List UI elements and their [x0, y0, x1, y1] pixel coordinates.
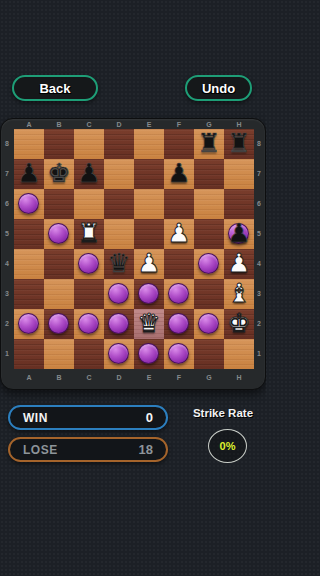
square-f7[interactable]: ♟ — [164, 159, 194, 189]
square-a2[interactable] — [14, 309, 44, 339]
square-h8[interactable]: ♜ — [224, 129, 254, 159]
rank-label-3: 3 — [253, 279, 265, 309]
black-rook-h8[interactable]: ♜ — [224, 129, 254, 159]
square-h1[interactable] — [224, 339, 254, 369]
square-h6[interactable] — [224, 189, 254, 219]
move-hint-b5[interactable] — [48, 223, 69, 244]
white-pawn-f5[interactable]: ♟ — [164, 219, 194, 249]
square-e8[interactable] — [134, 129, 164, 159]
move-hint-f3[interactable] — [168, 283, 189, 304]
square-b8[interactable] — [44, 129, 74, 159]
square-d4[interactable]: ♛ — [104, 249, 134, 279]
lose-value: 18 — [139, 442, 153, 457]
square-f3[interactable] — [164, 279, 194, 309]
rank-label-2: 2 — [253, 309, 265, 339]
square-d6[interactable] — [104, 189, 134, 219]
white-rook-c5[interactable]: ♜ — [74, 219, 104, 249]
file-label-f: F — [164, 371, 194, 387]
white-pawn-h4[interactable]: ♟ — [224, 249, 254, 279]
square-b3[interactable] — [44, 279, 74, 309]
rank-label-6: 6 — [253, 189, 265, 219]
square-c2[interactable] — [74, 309, 104, 339]
square-a3[interactable] — [14, 279, 44, 309]
square-g2[interactable] — [194, 309, 224, 339]
move-hint-c4[interactable] — [78, 253, 99, 274]
move-hint-e1[interactable] — [138, 343, 159, 364]
white-pawn-e4[interactable]: ♟ — [134, 249, 164, 279]
rank-labels-right: 87654321 — [253, 129, 265, 369]
square-d7[interactable] — [104, 159, 134, 189]
square-g5[interactable] — [194, 219, 224, 249]
move-hint-g2[interactable] — [198, 313, 219, 334]
square-a6[interactable] — [14, 189, 44, 219]
file-label-d: D — [104, 371, 134, 387]
move-hint-a2[interactable] — [18, 313, 39, 334]
square-b7[interactable]: ♚ — [44, 159, 74, 189]
undo-button[interactable]: Undo — [185, 75, 252, 101]
square-h2[interactable]: ♚ — [224, 309, 254, 339]
black-pawn-c7[interactable]: ♟ — [74, 159, 104, 189]
square-c3[interactable] — [74, 279, 104, 309]
square-d1[interactable] — [104, 339, 134, 369]
file-label-h: H — [224, 371, 254, 387]
back-button-label: Back — [39, 81, 70, 96]
white-king-h2[interactable]: ♚ — [224, 309, 254, 339]
rank-label-1: 1 — [1, 339, 13, 369]
square-e6[interactable] — [134, 189, 164, 219]
black-queen-d4[interactable]: ♛ — [104, 249, 134, 279]
rank-label-6: 6 — [1, 189, 13, 219]
square-a4[interactable] — [14, 249, 44, 279]
square-b6[interactable] — [44, 189, 74, 219]
square-h5[interactable]: ♟ — [224, 219, 254, 249]
rank-label-2: 2 — [1, 309, 13, 339]
rank-label-7: 7 — [1, 159, 13, 189]
file-label-b: B — [44, 371, 74, 387]
rank-label-7: 7 — [253, 159, 265, 189]
strike-rate-label: Strike Rate — [183, 407, 263, 419]
square-e4[interactable]: ♟ — [134, 249, 164, 279]
square-g3[interactable] — [194, 279, 224, 309]
back-button[interactable]: Back — [12, 75, 98, 101]
lose-label: LOSE — [23, 443, 58, 457]
square-f1[interactable] — [164, 339, 194, 369]
square-g4[interactable] — [194, 249, 224, 279]
square-g8[interactable]: ♜ — [194, 129, 224, 159]
file-label-e: E — [134, 371, 164, 387]
strike-rate-badge: 0% — [208, 429, 247, 463]
rank-label-8: 8 — [1, 129, 13, 159]
white-queen-e2[interactable]: ♛ — [134, 309, 164, 339]
win-value: 0 — [146, 410, 153, 425]
square-e2[interactable]: ♛ — [134, 309, 164, 339]
square-a7[interactable]: ♟ — [14, 159, 44, 189]
square-g7[interactable] — [194, 159, 224, 189]
undo-button-label: Undo — [202, 81, 235, 96]
square-d3[interactable] — [104, 279, 134, 309]
file-label-a: A — [14, 371, 44, 387]
square-e7[interactable] — [134, 159, 164, 189]
square-b1[interactable] — [44, 339, 74, 369]
black-pawn-a7[interactable]: ♟ — [14, 159, 44, 189]
square-b5[interactable] — [44, 219, 74, 249]
rank-label-3: 3 — [1, 279, 13, 309]
rank-label-1: 1 — [253, 339, 265, 369]
square-a8[interactable] — [14, 129, 44, 159]
rank-label-4: 4 — [1, 249, 13, 279]
black-king-b7[interactable]: ♚ — [44, 159, 74, 189]
board-grid: ♜♜♟♚♟♟♜♟♟♛♟♟♝♛♚ — [14, 129, 254, 369]
file-label-c: C — [74, 371, 104, 387]
move-hint-g4[interactable] — [198, 253, 219, 274]
square-e1[interactable] — [134, 339, 164, 369]
strike-rate-value: 0% — [220, 440, 236, 452]
square-h3[interactable]: ♝ — [224, 279, 254, 309]
square-h4[interactable]: ♟ — [224, 249, 254, 279]
square-f8[interactable] — [164, 129, 194, 159]
square-f4[interactable] — [164, 249, 194, 279]
square-c8[interactable] — [74, 129, 104, 159]
square-g6[interactable] — [194, 189, 224, 219]
black-rook-g8[interactable]: ♜ — [194, 129, 224, 159]
square-d5[interactable] — [104, 219, 134, 249]
square-d8[interactable] — [104, 129, 134, 159]
rank-label-4: 4 — [253, 249, 265, 279]
file-label-g: G — [194, 371, 224, 387]
square-c5[interactable]: ♜ — [74, 219, 104, 249]
black-pawn-h5[interactable]: ♟ — [224, 219, 254, 249]
move-hint-c2[interactable] — [78, 313, 99, 334]
move-hint-f1[interactable] — [168, 343, 189, 364]
rank-labels-left: 87654321 — [1, 129, 13, 369]
move-hint-e3[interactable] — [138, 283, 159, 304]
move-hint-d2[interactable] — [108, 313, 129, 334]
square-d2[interactable] — [104, 309, 134, 339]
chess-board-frame: ABCDEFGH 87654321 87654321 ♜♜♟♚♟♟♜♟♟♛♟♟♝… — [0, 118, 266, 390]
square-e3[interactable] — [134, 279, 164, 309]
lose-counter: LOSE 18 — [8, 437, 168, 462]
square-c1[interactable] — [74, 339, 104, 369]
win-counter: WIN 0 — [8, 405, 168, 430]
square-f6[interactable] — [164, 189, 194, 219]
square-b2[interactable] — [44, 309, 74, 339]
square-g1[interactable] — [194, 339, 224, 369]
move-hint-b2[interactable] — [48, 313, 69, 334]
move-hint-f2[interactable] — [168, 313, 189, 334]
square-c7[interactable]: ♟ — [74, 159, 104, 189]
white-bishop-h3[interactable]: ♝ — [224, 279, 254, 309]
square-e5[interactable] — [134, 219, 164, 249]
file-labels-bottom: ABCDEFGH — [14, 371, 254, 387]
square-f5[interactable]: ♟ — [164, 219, 194, 249]
rank-label-5: 5 — [1, 219, 13, 249]
square-c6[interactable] — [74, 189, 104, 219]
square-c4[interactable] — [74, 249, 104, 279]
black-pawn-f7[interactable]: ♟ — [164, 159, 194, 189]
win-label: WIN — [23, 411, 48, 425]
rank-label-8: 8 — [253, 129, 265, 159]
square-f2[interactable] — [164, 309, 194, 339]
move-hint-d1[interactable] — [108, 343, 129, 364]
square-b4[interactable] — [44, 249, 74, 279]
rank-label-5: 5 — [253, 219, 265, 249]
move-hint-a6[interactable] — [18, 193, 39, 214]
square-h7[interactable] — [224, 159, 254, 189]
move-hint-d3[interactable] — [108, 283, 129, 304]
square-a1[interactable] — [14, 339, 44, 369]
square-a5[interactable] — [14, 219, 44, 249]
